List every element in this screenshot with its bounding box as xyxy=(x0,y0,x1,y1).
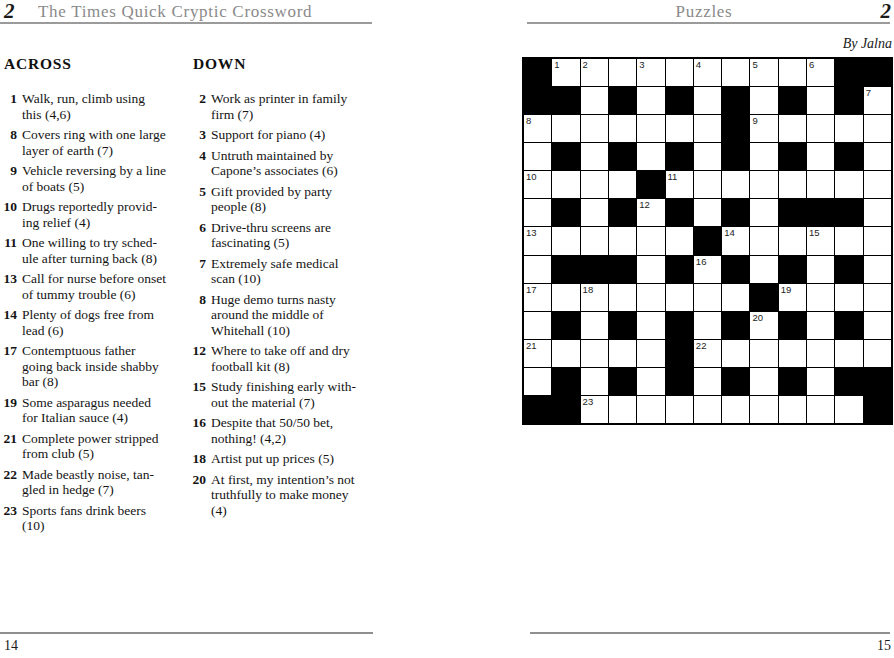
white-cell[interactable] xyxy=(835,227,862,254)
white-cell[interactable] xyxy=(722,59,749,86)
clue-item-number: 1 xyxy=(0,91,17,122)
down-clues: 2Work as printer in family firm (7)3Supp… xyxy=(189,91,375,523)
white-cell[interactable] xyxy=(552,227,579,254)
clue-item-number: 22 xyxy=(0,467,17,498)
clue-item-text: Support for piano (4) xyxy=(211,127,325,143)
white-cell[interactable] xyxy=(864,284,891,311)
clue-number: 15 xyxy=(809,228,820,238)
white-cell[interactable] xyxy=(666,115,693,142)
white-cell[interactable] xyxy=(609,59,636,86)
clue-item-number: 2 xyxy=(189,91,206,122)
white-cell[interactable] xyxy=(694,396,721,423)
white-cell[interactable] xyxy=(750,199,777,226)
black-cell xyxy=(835,256,862,283)
white-cell[interactable]: 5 xyxy=(750,59,777,86)
white-cell[interactable] xyxy=(694,143,721,170)
white-cell[interactable]: 11 xyxy=(666,171,693,198)
white-cell[interactable] xyxy=(581,340,608,367)
clue-item-number: 11 xyxy=(0,235,17,266)
black-cell xyxy=(609,87,636,114)
black-cell xyxy=(722,143,749,170)
black-cell xyxy=(779,143,806,170)
white-cell[interactable] xyxy=(694,171,721,198)
white-cell[interactable] xyxy=(666,396,693,423)
footer-rule-right xyxy=(530,632,890,634)
white-cell[interactable] xyxy=(609,340,636,367)
black-cell xyxy=(552,87,579,114)
section-title: Puzzles xyxy=(527,2,881,22)
book-title: The Times Quick Cryptic Crossword xyxy=(38,2,312,22)
clue-item: 7Extremely safe medical scan (10) xyxy=(189,256,375,287)
black-cell xyxy=(609,368,636,395)
clue-item-number: 6 xyxy=(189,220,206,251)
black-cell xyxy=(609,256,636,283)
clue-number: 1 xyxy=(554,60,559,70)
white-cell[interactable] xyxy=(581,199,608,226)
white-cell[interactable] xyxy=(807,171,834,198)
white-cell[interactable] xyxy=(552,115,579,142)
clue-number: 2 xyxy=(583,60,588,70)
white-cell[interactable] xyxy=(609,171,636,198)
white-cell[interactable] xyxy=(779,115,806,142)
black-cell xyxy=(552,256,579,283)
clue-item-text: Call for nurse before onset of tummy tro… xyxy=(22,271,166,302)
white-cell[interactable] xyxy=(609,227,636,254)
clue-number: 18 xyxy=(583,285,594,295)
white-cell[interactable] xyxy=(750,368,777,395)
book-spread: { "game": "crossword (The Times Quick Cr… xyxy=(0,0,894,658)
clue-item-number: 13 xyxy=(0,271,17,302)
white-cell[interactable] xyxy=(807,87,834,114)
clue-item-text: Vehicle reversing by a line of boats (5) xyxy=(22,163,166,194)
clue-item-text: Gift provided by party people (8) xyxy=(211,184,332,215)
clue-number: 22 xyxy=(696,341,707,351)
clue-item: 23Sports fans drink beers (10) xyxy=(0,503,186,534)
black-cell xyxy=(779,256,806,283)
white-cell[interactable] xyxy=(581,171,608,198)
clue-number: 16 xyxy=(696,257,707,267)
clue-item-number: 16 xyxy=(189,415,206,446)
puzzle-number-left: 2 xyxy=(4,0,15,22)
white-cell[interactable] xyxy=(694,87,721,114)
black-cell xyxy=(666,87,693,114)
white-cell[interactable] xyxy=(835,396,862,423)
black-cell xyxy=(552,312,579,339)
clue-number: 7 xyxy=(866,88,871,98)
white-cell[interactable] xyxy=(722,171,749,198)
clue-item-number: 18 xyxy=(189,451,206,467)
black-cell xyxy=(666,143,693,170)
clue-item-number: 5 xyxy=(189,184,206,215)
white-cell[interactable] xyxy=(779,171,806,198)
white-cell[interactable] xyxy=(807,368,834,395)
white-cell[interactable] xyxy=(722,340,749,367)
white-cell[interactable] xyxy=(609,284,636,311)
white-cell[interactable] xyxy=(722,396,749,423)
clue-item: 2Work as printer in family firm (7) xyxy=(189,91,375,122)
white-cell[interactable] xyxy=(807,256,834,283)
clue-item-text: Contemptuous father going back inside sh… xyxy=(22,343,159,390)
header-rule-right xyxy=(527,22,890,24)
white-cell[interactable] xyxy=(722,284,749,311)
clue-item-text: Artist put up prices (5) xyxy=(211,451,334,467)
black-cell xyxy=(552,143,579,170)
clue-item-text: Some asparagus needed for Italian sauce … xyxy=(22,395,151,426)
clue-item: 3Support for piano (4) xyxy=(189,127,375,143)
white-cell[interactable] xyxy=(581,143,608,170)
white-cell[interactable] xyxy=(524,199,551,226)
black-cell xyxy=(722,312,749,339)
white-cell[interactable]: 3 xyxy=(637,59,664,86)
clue-item: 16Despite that 50/50 bet, nothing! (4,2) xyxy=(189,415,375,446)
white-cell[interactable] xyxy=(637,115,664,142)
clue-item-number: 3 xyxy=(189,127,206,143)
white-cell[interactable] xyxy=(609,396,636,423)
clue-number: 12 xyxy=(639,200,650,210)
black-cell xyxy=(552,368,579,395)
white-cell[interactable] xyxy=(835,115,862,142)
white-cell[interactable]: 22 xyxy=(694,340,721,367)
clue-item: 4Untruth maintained by Capone’s associat… xyxy=(189,148,375,179)
black-cell xyxy=(722,256,749,283)
clue-item: 14Plenty of dogs free from lead (6) xyxy=(0,307,186,338)
black-cell xyxy=(864,368,891,395)
clue-number: 23 xyxy=(583,397,594,407)
white-cell[interactable] xyxy=(779,227,806,254)
black-cell xyxy=(835,87,862,114)
page-number-left: 14 xyxy=(4,638,18,654)
clue-number: 10 xyxy=(526,172,537,182)
white-cell[interactable] xyxy=(609,115,636,142)
clue-item-number: 19 xyxy=(0,395,17,426)
white-cell[interactable]: 6 xyxy=(807,59,834,86)
black-cell xyxy=(552,396,579,423)
clue-item: 12Where to take off and dry football kit… xyxy=(189,343,375,374)
white-cell[interactable] xyxy=(694,115,721,142)
black-cell xyxy=(835,143,862,170)
white-cell[interactable] xyxy=(581,87,608,114)
black-cell xyxy=(609,199,636,226)
black-cell xyxy=(666,312,693,339)
clue-item-number: 9 xyxy=(0,163,17,194)
black-cell xyxy=(581,256,608,283)
clue-item-text: Walk, run, climb using this (4,6) xyxy=(22,91,145,122)
white-cell[interactable]: 17 xyxy=(524,284,551,311)
white-cell[interactable] xyxy=(864,312,891,339)
header-rule-left xyxy=(0,22,372,24)
white-cell[interactable] xyxy=(750,171,777,198)
clue-item: 1Walk, run, climb using this (4,6) xyxy=(0,91,186,122)
clue-item-text: Extremely safe medical scan (10) xyxy=(211,256,338,287)
clue-number: 3 xyxy=(639,60,644,70)
black-cell xyxy=(864,396,891,423)
clue-item-number: 10 xyxy=(0,199,17,230)
white-cell[interactable] xyxy=(750,340,777,367)
black-cell xyxy=(779,199,806,226)
white-cell[interactable] xyxy=(637,87,664,114)
clue-item-number: 14 xyxy=(0,307,17,338)
white-cell[interactable]: 16 xyxy=(694,256,721,283)
clue-item-text: Complete power stripped from club (5) xyxy=(22,431,158,462)
black-cell xyxy=(666,199,693,226)
clue-number: 8 xyxy=(526,116,531,126)
white-cell[interactable] xyxy=(552,171,579,198)
white-cell[interactable] xyxy=(779,59,806,86)
white-cell[interactable] xyxy=(779,340,806,367)
clue-item-text: Drive-thru screens are fascinating (5) xyxy=(211,220,331,251)
footer-rule-left xyxy=(0,632,373,634)
crossword-grid: 1234567891011121314151617181920212223 xyxy=(522,57,893,425)
white-cell[interactable] xyxy=(835,284,862,311)
clue-item: 20At first, my intention’s not truthfull… xyxy=(189,472,375,519)
white-cell[interactable]: 18 xyxy=(581,284,608,311)
white-cell[interactable] xyxy=(864,115,891,142)
white-cell[interactable] xyxy=(637,284,664,311)
clue-item-text: Where to take off and dry football kit (… xyxy=(211,343,350,374)
white-cell[interactable] xyxy=(552,284,579,311)
white-cell[interactable]: 19 xyxy=(779,284,806,311)
white-cell[interactable]: 15 xyxy=(807,227,834,254)
clue-item-text: Plenty of dogs free from lead (6) xyxy=(22,307,154,338)
white-cell[interactable] xyxy=(694,199,721,226)
white-cell[interactable] xyxy=(552,340,579,367)
clue-item-number: 7 xyxy=(189,256,206,287)
white-cell[interactable]: 20 xyxy=(750,312,777,339)
clue-number: 20 xyxy=(752,313,763,323)
white-cell[interactable]: 1 xyxy=(552,59,579,86)
black-cell xyxy=(524,87,551,114)
white-cell[interactable] xyxy=(694,284,721,311)
white-cell[interactable] xyxy=(524,368,551,395)
black-cell xyxy=(779,312,806,339)
white-cell[interactable] xyxy=(807,396,834,423)
clue-item: 6Drive-thru screens are fascinating (5) xyxy=(189,220,375,251)
white-cell[interactable]: 2 xyxy=(581,59,608,86)
across-clues: 1Walk, run, climb using this (4,6)8Cover… xyxy=(0,91,186,539)
white-cell[interactable] xyxy=(864,199,891,226)
black-cell xyxy=(722,199,749,226)
white-cell[interactable] xyxy=(835,340,862,367)
clue-item-number: 8 xyxy=(0,127,17,158)
black-cell xyxy=(835,312,862,339)
white-cell[interactable] xyxy=(581,115,608,142)
white-cell[interactable]: 10 xyxy=(524,171,551,198)
white-cell[interactable] xyxy=(864,143,891,170)
white-cell[interactable] xyxy=(807,340,834,367)
white-cell[interactable] xyxy=(581,312,608,339)
white-cell[interactable] xyxy=(637,143,664,170)
clue-item-text: Untruth maintained by Capone’s associate… xyxy=(211,148,338,179)
clue-item: 19Some asparagus needed for Italian sauc… xyxy=(0,395,186,426)
white-cell[interactable] xyxy=(807,143,834,170)
byline: By Jalna xyxy=(843,36,892,52)
white-cell[interactable] xyxy=(666,284,693,311)
white-cell[interactable] xyxy=(637,368,664,395)
clue-item-text: At first, my intention’s not truthfully … xyxy=(211,472,355,519)
black-cell xyxy=(609,143,636,170)
white-cell[interactable] xyxy=(807,284,834,311)
clue-item: 11One willing to try sched- ule after tu… xyxy=(0,235,186,266)
clue-number: 17 xyxy=(526,285,537,295)
clue-number: 11 xyxy=(668,172,678,182)
clue-item-number: 12 xyxy=(189,343,206,374)
clue-item-number: 17 xyxy=(0,343,17,390)
white-cell[interactable] xyxy=(637,396,664,423)
white-cell[interactable]: 23 xyxy=(581,396,608,423)
clue-number: 21 xyxy=(526,341,537,351)
clue-item-text: Drugs reportedly provid- ing relief (4) xyxy=(22,199,157,230)
clue-item-text: Study finishing early with- out the mate… xyxy=(211,379,356,410)
white-cell[interactable] xyxy=(524,312,551,339)
white-cell[interactable] xyxy=(750,227,777,254)
white-cell[interactable] xyxy=(666,227,693,254)
white-cell[interactable] xyxy=(750,143,777,170)
black-cell xyxy=(722,115,749,142)
clue-item-number: 8 xyxy=(189,292,206,339)
black-cell xyxy=(779,87,806,114)
black-cell xyxy=(835,368,862,395)
white-cell[interactable] xyxy=(864,256,891,283)
clue-item-text: Covers ring with one large layer of eart… xyxy=(22,127,166,158)
clue-number: 4 xyxy=(696,60,701,70)
clue-item-text: One willing to try sched- ule after turn… xyxy=(22,235,157,266)
white-cell[interactable]: 7 xyxy=(864,87,891,114)
black-cell xyxy=(779,368,806,395)
white-cell[interactable]: 13 xyxy=(524,227,551,254)
clue-item: 22Made beastly noise, tan- gled in hedge… xyxy=(0,467,186,498)
clue-item-text: Work as printer in family firm (7) xyxy=(211,91,347,122)
white-cell[interactable] xyxy=(637,340,664,367)
white-cell[interactable] xyxy=(779,396,806,423)
black-cell xyxy=(524,396,551,423)
clue-item-number: 15 xyxy=(189,379,206,410)
black-cell xyxy=(552,199,579,226)
clue-item-number: 23 xyxy=(0,503,17,534)
white-cell[interactable] xyxy=(835,171,862,198)
clue-item-number: 4 xyxy=(189,148,206,179)
white-cell[interactable]: 14 xyxy=(722,227,749,254)
black-cell xyxy=(666,368,693,395)
white-cell[interactable] xyxy=(637,256,664,283)
white-cell[interactable]: 21 xyxy=(524,340,551,367)
black-cell xyxy=(835,59,862,86)
black-cell xyxy=(524,59,551,86)
clue-item-text: Sports fans drink beers (10) xyxy=(22,503,146,534)
white-cell[interactable] xyxy=(666,59,693,86)
black-cell xyxy=(666,256,693,283)
white-cell[interactable] xyxy=(581,368,608,395)
white-cell[interactable] xyxy=(807,312,834,339)
white-cell[interactable] xyxy=(864,227,891,254)
white-cell[interactable] xyxy=(524,256,551,283)
clue-item-text: Huge demo turns nasty around the middle … xyxy=(211,292,336,339)
white-cell[interactable] xyxy=(694,368,721,395)
white-cell[interactable] xyxy=(637,227,664,254)
black-cell xyxy=(609,312,636,339)
clue-item: 15Study finishing early with- out the ma… xyxy=(189,379,375,410)
black-cell xyxy=(750,284,777,311)
clue-item: 18Artist put up prices (5) xyxy=(189,451,375,467)
across-heading: ACROSS xyxy=(4,55,72,73)
black-cell xyxy=(807,199,834,226)
clue-item: 8Covers ring with one large layer of ear… xyxy=(0,127,186,158)
clue-item: 17Contemptuous father going back inside … xyxy=(0,343,186,390)
clue-item: 9Vehicle reversing by a line of boats (5… xyxy=(0,163,186,194)
white-cell[interactable] xyxy=(864,340,891,367)
clue-item: 21Complete power stripped from club (5) xyxy=(0,431,186,462)
clue-number: 9 xyxy=(752,116,757,126)
white-cell[interactable]: 8 xyxy=(524,115,551,142)
black-cell xyxy=(666,340,693,367)
clue-item-number: 21 xyxy=(0,431,17,462)
white-cell[interactable] xyxy=(581,227,608,254)
black-cell xyxy=(694,227,721,254)
black-cell xyxy=(835,199,862,226)
clue-number: 19 xyxy=(781,285,792,295)
down-heading: DOWN xyxy=(193,55,246,73)
clue-item: 8Huge demo turns nasty around the middle… xyxy=(189,292,375,339)
puzzle-number-right: 2 xyxy=(881,0,892,22)
white-cell[interactable]: 9 xyxy=(750,115,777,142)
clue-number: 14 xyxy=(724,228,735,238)
black-cell xyxy=(637,171,664,198)
white-cell[interactable] xyxy=(524,143,551,170)
white-cell[interactable] xyxy=(750,396,777,423)
clue-item: 13Call for nurse before onset of tummy t… xyxy=(0,271,186,302)
page-number-right: 15 xyxy=(877,638,891,654)
clue-item: 5Gift provided by party people (8) xyxy=(189,184,375,215)
black-cell xyxy=(722,87,749,114)
white-cell[interactable]: 4 xyxy=(694,59,721,86)
white-cell[interactable] xyxy=(864,171,891,198)
clue-item: 10Drugs reportedly provid- ing relief (4… xyxy=(0,199,186,230)
white-cell[interactable] xyxy=(694,312,721,339)
clue-number: 6 xyxy=(809,60,814,70)
clue-item-text: Made beastly noise, tan- gled in hedge (… xyxy=(22,467,154,498)
clue-number: 13 xyxy=(526,228,537,238)
white-cell[interactable] xyxy=(750,87,777,114)
clue-item-number: 20 xyxy=(189,472,206,519)
black-cell xyxy=(864,59,891,86)
clue-item-text: Despite that 50/50 bet, nothing! (4,2) xyxy=(211,415,333,446)
white-cell[interactable] xyxy=(807,115,834,142)
white-cell[interactable]: 12 xyxy=(637,199,664,226)
white-cell[interactable] xyxy=(750,256,777,283)
black-cell xyxy=(722,368,749,395)
clue-number: 5 xyxy=(752,60,757,70)
white-cell[interactable] xyxy=(637,312,664,339)
